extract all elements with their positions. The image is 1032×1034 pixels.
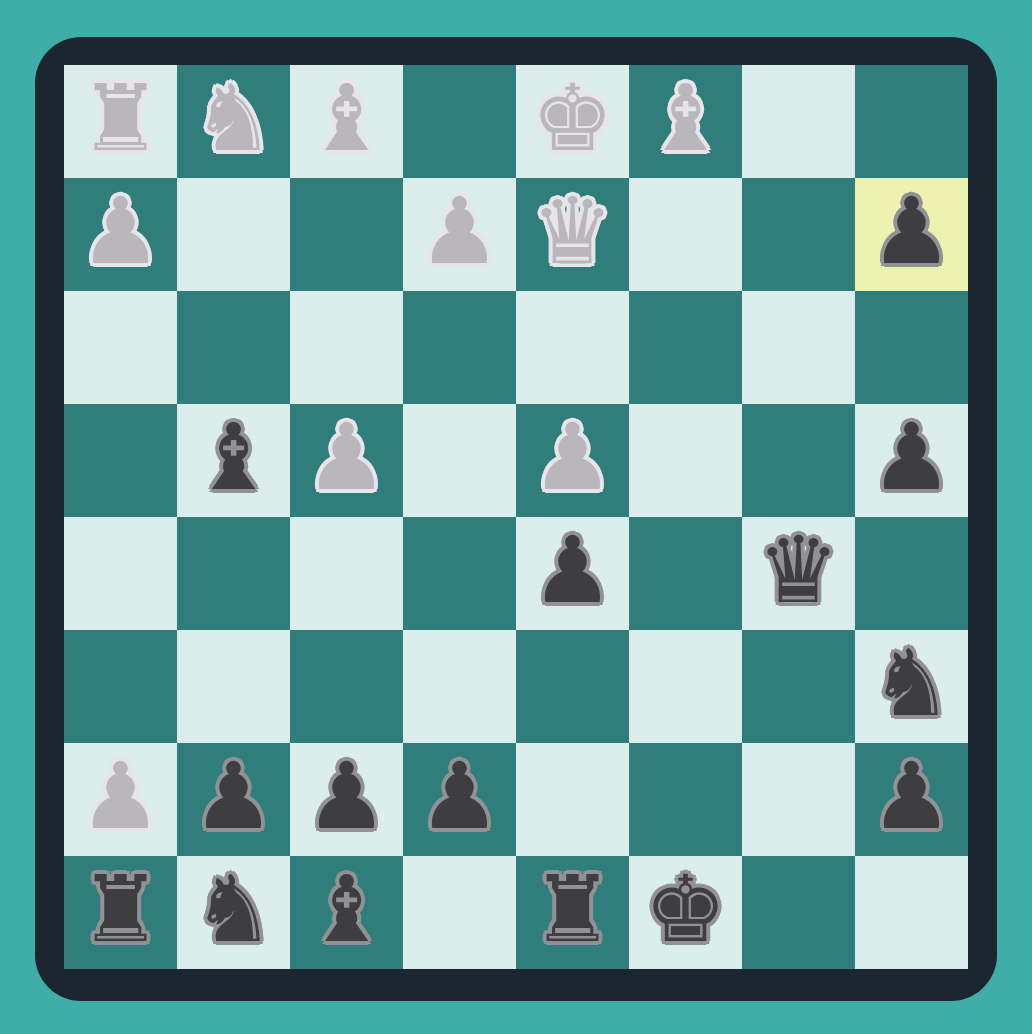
- piece-white-pawn[interactable]: ♟: [79, 751, 161, 843]
- square-g1[interactable]: ♞: [177, 65, 290, 178]
- square-b4[interactable]: [742, 404, 855, 517]
- square-g5[interactable]: [177, 517, 290, 630]
- square-g7[interactable]: ♟: [177, 743, 290, 856]
- square-a3[interactable]: [855, 291, 968, 404]
- square-c2[interactable]: [629, 178, 742, 291]
- piece-black-pawn[interactable]: ♟: [305, 751, 387, 843]
- square-h4[interactable]: [64, 404, 177, 517]
- square-g2[interactable]: [177, 178, 290, 291]
- square-h7[interactable]: ♟: [64, 743, 177, 856]
- square-d1[interactable]: ♚: [516, 65, 629, 178]
- square-c7[interactable]: [629, 743, 742, 856]
- piece-white-bishop[interactable]: ♝: [305, 73, 387, 165]
- square-d3[interactable]: [516, 291, 629, 404]
- square-e3[interactable]: [403, 291, 516, 404]
- square-f3[interactable]: [290, 291, 403, 404]
- square-e7[interactable]: ♟: [403, 743, 516, 856]
- app-background: ♜♞♝♚♝♟♟♛♟♝♟♟♟♟♛♞♟♟♟♟♟♜♞♝♜♚: [0, 0, 1032, 1034]
- square-e8[interactable]: [403, 856, 516, 969]
- square-f1[interactable]: ♝: [290, 65, 403, 178]
- square-a6[interactable]: ♞: [855, 630, 968, 743]
- square-c8[interactable]: ♚: [629, 856, 742, 969]
- square-h5[interactable]: [64, 517, 177, 630]
- piece-black-pawn[interactable]: ♟: [870, 412, 952, 504]
- square-e6[interactable]: [403, 630, 516, 743]
- piece-white-pawn[interactable]: ♟: [418, 186, 500, 278]
- piece-black-knight[interactable]: ♞: [192, 864, 274, 956]
- square-e1[interactable]: [403, 65, 516, 178]
- square-d7[interactable]: [516, 743, 629, 856]
- piece-black-bishop[interactable]: ♝: [305, 864, 387, 956]
- piece-white-knight[interactable]: ♞: [192, 73, 274, 165]
- square-g3[interactable]: [177, 291, 290, 404]
- piece-black-bishop[interactable]: ♝: [192, 412, 274, 504]
- chess-board: ♜♞♝♚♝♟♟♛♟♝♟♟♟♟♛♞♟♟♟♟♟♜♞♝♜♚: [64, 65, 968, 969]
- square-f7[interactable]: ♟: [290, 743, 403, 856]
- square-c6[interactable]: [629, 630, 742, 743]
- square-a8[interactable]: [855, 856, 968, 969]
- square-b2[interactable]: [742, 178, 855, 291]
- square-h3[interactable]: [64, 291, 177, 404]
- square-h1[interactable]: ♜: [64, 65, 177, 178]
- square-b8[interactable]: [742, 856, 855, 969]
- piece-white-pawn[interactable]: ♟: [305, 412, 387, 504]
- square-h6[interactable]: [64, 630, 177, 743]
- piece-black-pawn[interactable]: ♟: [192, 751, 274, 843]
- square-e5[interactable]: [403, 517, 516, 630]
- square-c5[interactable]: [629, 517, 742, 630]
- square-a7[interactable]: ♟: [855, 743, 968, 856]
- square-c4[interactable]: [629, 404, 742, 517]
- square-g8[interactable]: ♞: [177, 856, 290, 969]
- square-b5[interactable]: ♛: [742, 517, 855, 630]
- square-d2[interactable]: ♛: [516, 178, 629, 291]
- square-g6[interactable]: [177, 630, 290, 743]
- square-d6[interactable]: [516, 630, 629, 743]
- piece-black-pawn[interactable]: ♟: [870, 186, 952, 278]
- piece-white-pawn[interactable]: ♟: [531, 412, 613, 504]
- square-c1[interactable]: ♝: [629, 65, 742, 178]
- square-a1[interactable]: [855, 65, 968, 178]
- piece-black-pawn[interactable]: ♟: [531, 525, 613, 617]
- square-d4[interactable]: ♟: [516, 404, 629, 517]
- square-f6[interactable]: [290, 630, 403, 743]
- square-b6[interactable]: [742, 630, 855, 743]
- square-d5[interactable]: ♟: [516, 517, 629, 630]
- square-a5[interactable]: [855, 517, 968, 630]
- piece-black-knight[interactable]: ♞: [870, 638, 952, 730]
- square-a2[interactable]: ♟: [855, 178, 968, 291]
- square-g4[interactable]: ♝: [177, 404, 290, 517]
- piece-black-rook[interactable]: ♜: [79, 864, 161, 956]
- square-c3[interactable]: [629, 291, 742, 404]
- square-b1[interactable]: [742, 65, 855, 178]
- square-d8[interactable]: ♜: [516, 856, 629, 969]
- piece-black-rook[interactable]: ♜: [531, 864, 613, 956]
- square-f4[interactable]: ♟: [290, 404, 403, 517]
- square-e4[interactable]: [403, 404, 516, 517]
- square-a4[interactable]: ♟: [855, 404, 968, 517]
- piece-black-pawn[interactable]: ♟: [870, 751, 952, 843]
- square-f2[interactable]: [290, 178, 403, 291]
- piece-white-rook[interactable]: ♜: [79, 73, 161, 165]
- piece-black-king[interactable]: ♚: [644, 864, 726, 956]
- piece-white-queen[interactable]: ♛: [531, 186, 613, 278]
- square-h2[interactable]: ♟: [64, 178, 177, 291]
- piece-black-pawn[interactable]: ♟: [418, 751, 500, 843]
- piece-white-bishop[interactable]: ♝: [644, 73, 726, 165]
- piece-white-pawn[interactable]: ♟: [79, 186, 161, 278]
- square-e2[interactable]: ♟: [403, 178, 516, 291]
- piece-white-king[interactable]: ♚: [531, 73, 613, 165]
- square-b7[interactable]: [742, 743, 855, 856]
- piece-black-queen[interactable]: ♛: [757, 525, 839, 617]
- square-f8[interactable]: ♝: [290, 856, 403, 969]
- square-h8[interactable]: ♜: [64, 856, 177, 969]
- square-f5[interactable]: [290, 517, 403, 630]
- square-b3[interactable]: [742, 291, 855, 404]
